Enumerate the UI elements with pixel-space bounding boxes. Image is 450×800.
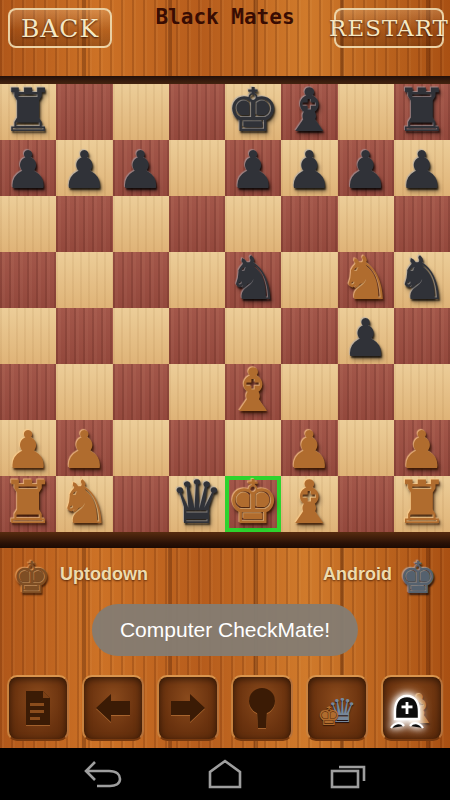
white-rook-a1[interactable]: ♜ <box>1 472 55 532</box>
square-h3[interactable] <box>394 364 450 420</box>
toolbar: ♛ ♚ ♝ <box>0 675 450 743</box>
square-e3[interactable]: ♝ <box>225 364 281 420</box>
square-e7[interactable]: ♟ <box>225 140 281 196</box>
black-knight-e5[interactable]: ♞ <box>226 248 280 308</box>
checkmate-toast: Computer CheckMate! <box>92 604 358 656</box>
square-g5[interactable]: ♞ <box>338 252 394 308</box>
square-f1[interactable]: ♝ <box>281 476 337 532</box>
square-f5[interactable] <box>281 252 337 308</box>
square-c5[interactable] <box>113 252 169 308</box>
square-g2[interactable] <box>338 420 394 476</box>
black-pawn-g4[interactable]: ♟ <box>342 312 389 364</box>
square-d3[interactable] <box>169 364 225 420</box>
arrow-left-icon <box>94 692 132 724</box>
square-b6[interactable] <box>56 196 112 252</box>
arrow-right-icon <box>169 692 207 724</box>
black-bishop-f8[interactable]: ♝ <box>282 80 336 140</box>
square-e1[interactable]: ♚ <box>225 476 281 532</box>
square-c6[interactable] <box>113 196 169 252</box>
black-pawn-f7[interactable]: ♟ <box>286 144 333 196</box>
square-c2[interactable] <box>113 420 169 476</box>
bulb-icon <box>245 686 279 730</box>
square-c8[interactable] <box>113 84 169 140</box>
black-pawn-e7[interactable]: ♟ <box>230 144 277 196</box>
square-c7[interactable]: ♟ <box>113 140 169 196</box>
android-back-icon[interactable] <box>80 759 124 789</box>
square-a8[interactable]: ♜ <box>0 84 56 140</box>
white-player-name: Uptodown <box>60 564 148 585</box>
white-rook-h1[interactable]: ♜ <box>395 472 449 532</box>
chess-board[interactable]: ♜♚♝♜♟♟♟♟♟♟♟♞♞♞♟♝♟♟♟♟♜♞♛♚♝♜ <box>0 84 450 532</box>
black-pawn-b7[interactable]: ♟ <box>61 144 108 196</box>
square-b1[interactable]: ♞ <box>56 476 112 532</box>
square-e5[interactable]: ♞ <box>225 252 281 308</box>
white-king-e1[interactable]: ♚ <box>226 472 280 532</box>
square-b5[interactable] <box>56 252 112 308</box>
square-e8[interactable]: ♚ <box>225 84 281 140</box>
android-recent-apps-icon[interactable] <box>326 759 370 789</box>
square-h8[interactable]: ♜ <box>394 84 450 140</box>
black-pawn-g7[interactable]: ♟ <box>342 144 389 196</box>
android-navbar <box>0 748 450 800</box>
players-row: ♚ Uptodown Android ♚ <box>0 552 450 606</box>
square-b4[interactable] <box>56 308 112 364</box>
chess-app-screen: BACK Black Mates RESTART ♜♚♝♜♟♟♟♟♟♟♟♞♞♞♟… <box>0 0 450 800</box>
square-f7[interactable]: ♟ <box>281 140 337 196</box>
white-knight-b1[interactable]: ♞ <box>57 472 111 532</box>
square-d5[interactable] <box>169 252 225 308</box>
white-bishop-e3[interactable]: ♝ <box>226 360 280 420</box>
square-a4[interactable] <box>0 308 56 364</box>
square-g7[interactable]: ♟ <box>338 140 394 196</box>
black-pawn-a7[interactable]: ♟ <box>5 144 52 196</box>
glowing-bell-icon <box>387 693 427 733</box>
black-knight-h5[interactable]: ♞ <box>395 248 449 308</box>
computer-thinking-button[interactable]: ♝ <box>381 675 443 741</box>
square-f8[interactable]: ♝ <box>281 84 337 140</box>
square-b8[interactable] <box>56 84 112 140</box>
document-icon <box>23 689 53 727</box>
white-bishop-f1[interactable]: ♝ <box>282 472 336 532</box>
pieces-button[interactable]: ♛ ♚ <box>306 675 368 741</box>
square-c1[interactable] <box>113 476 169 532</box>
square-d8[interactable] <box>169 84 225 140</box>
black-rook-a8[interactable]: ♜ <box>1 80 55 140</box>
black-king-e8[interactable]: ♚ <box>226 80 280 140</box>
copper-king-small-icon: ♚ <box>317 703 340 729</box>
square-c4[interactable] <box>113 308 169 364</box>
square-g4[interactable]: ♟ <box>338 308 394 364</box>
slate-king-icon: ♚ <box>399 556 438 600</box>
hint-button[interactable] <box>231 675 293 741</box>
square-d6[interactable] <box>169 196 225 252</box>
black-rook-h8[interactable]: ♜ <box>395 80 449 140</box>
move-list-button[interactable] <box>7 675 69 741</box>
square-a6[interactable] <box>0 196 56 252</box>
board-frame-top <box>0 76 450 84</box>
undo-button[interactable] <box>82 675 144 741</box>
square-a3[interactable] <box>0 364 56 420</box>
square-c3[interactable] <box>113 364 169 420</box>
square-a5[interactable] <box>0 252 56 308</box>
square-f4[interactable] <box>281 308 337 364</box>
square-b3[interactable] <box>56 364 112 420</box>
square-h5[interactable]: ♞ <box>394 252 450 308</box>
white-knight-g5[interactable]: ♞ <box>339 248 393 308</box>
black-pawn-h7[interactable]: ♟ <box>399 144 446 196</box>
square-f6[interactable] <box>281 196 337 252</box>
square-b7[interactable]: ♟ <box>56 140 112 196</box>
square-f3[interactable] <box>281 364 337 420</box>
square-d7[interactable] <box>169 140 225 196</box>
android-home-icon[interactable] <box>203 759 247 789</box>
chess-board-wrap: ♜♚♝♜♟♟♟♟♟♟♟♞♞♞♟♝♟♟♟♟♜♞♛♚♝♜ <box>0 76 450 548</box>
black-pawn-c7[interactable]: ♟ <box>117 144 164 196</box>
copper-king-icon: ♚ <box>12 556 51 600</box>
square-g8[interactable] <box>338 84 394 140</box>
square-d1[interactable]: ♛ <box>169 476 225 532</box>
square-g1[interactable] <box>338 476 394 532</box>
square-g3[interactable] <box>338 364 394 420</box>
square-a7[interactable]: ♟ <box>0 140 56 196</box>
square-h4[interactable] <box>394 308 450 364</box>
square-h1[interactable]: ♜ <box>394 476 450 532</box>
restart-button[interactable]: RESTART <box>334 8 444 48</box>
redo-button[interactable] <box>157 675 219 741</box>
square-d4[interactable] <box>169 308 225 364</box>
square-h7[interactable]: ♟ <box>394 140 450 196</box>
black-queen-d1[interactable]: ♛ <box>170 472 224 532</box>
square-a1[interactable]: ♜ <box>0 476 56 532</box>
black-player-name: Android <box>323 564 392 585</box>
